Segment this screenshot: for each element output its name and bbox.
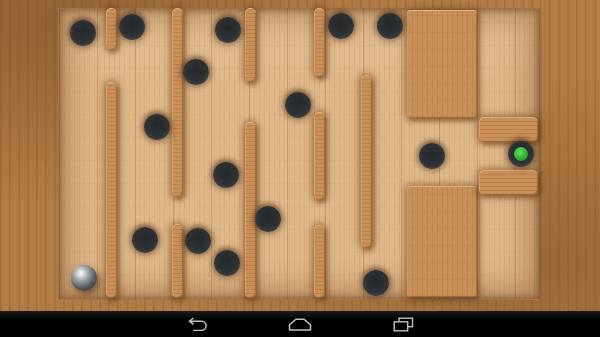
- hole: [144, 114, 170, 140]
- hole: [185, 228, 211, 254]
- back-button[interactable]: [174, 311, 222, 337]
- maze-wall: [479, 117, 538, 142]
- hole: [328, 13, 354, 39]
- screenshot: [0, 0, 600, 337]
- maze-wall: [407, 186, 477, 297]
- maze-wall: [407, 10, 477, 118]
- maze-wall: [314, 8, 325, 77]
- hole: [70, 20, 96, 46]
- recents-button[interactable]: [379, 311, 427, 337]
- hole: [377, 13, 403, 39]
- maze-wall: [314, 112, 325, 200]
- hole: [419, 143, 445, 169]
- hole: [363, 270, 389, 296]
- maze-wall: [314, 225, 325, 298]
- hole: [119, 14, 145, 40]
- hole: [215, 17, 241, 43]
- back-icon: [186, 317, 210, 331]
- maze-wall: [106, 82, 117, 298]
- hole: [183, 59, 209, 85]
- maze-wall: [479, 170, 538, 195]
- home-icon: [288, 318, 312, 331]
- maze-wall: [361, 75, 372, 248]
- marble-ball: [71, 265, 97, 291]
- home-button[interactable]: [276, 311, 324, 337]
- android-navbar: [0, 311, 600, 337]
- maze-board: [0, 0, 600, 311]
- hole: [213, 162, 239, 188]
- maze-wall: [106, 8, 117, 50]
- hole: [285, 92, 311, 118]
- maze-wall: [172, 8, 183, 197]
- hole: [255, 206, 281, 232]
- maze-wall: [172, 224, 183, 298]
- recent-apps-icon: [393, 317, 414, 332]
- hole: [214, 250, 240, 276]
- maze-wall: [245, 8, 256, 82]
- maze-wall: [245, 122, 256, 298]
- goal-green-dot: [514, 147, 528, 161]
- hole: [132, 227, 158, 253]
